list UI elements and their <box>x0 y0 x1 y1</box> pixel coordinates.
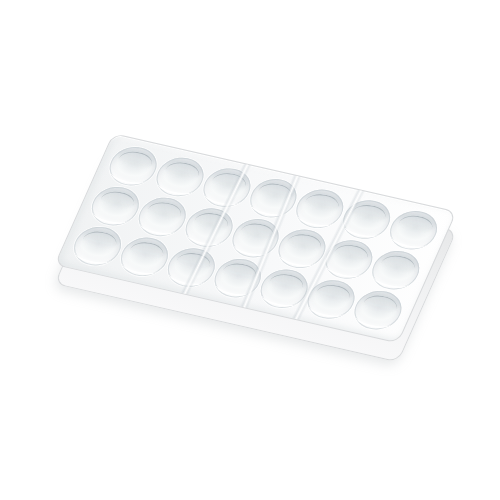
reflection-streak <box>238 171 303 312</box>
photo-background <box>0 0 500 500</box>
reflection-streak <box>290 186 368 324</box>
reflection-streaks <box>56 134 456 342</box>
reflection-streak <box>178 160 253 299</box>
